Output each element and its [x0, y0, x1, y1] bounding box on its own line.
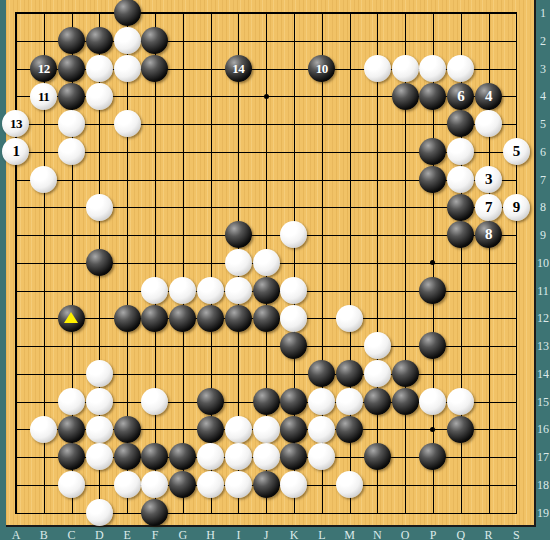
row-label-4: 4 — [535, 89, 550, 104]
stone-R8[interactable]: 7 — [475, 194, 502, 221]
row-label-9: 9 — [535, 228, 550, 243]
stone-I11[interactable] — [225, 277, 252, 304]
col-label-E: E — [116, 528, 138, 540]
stone-D14[interactable] — [86, 360, 113, 387]
stone-Q8[interactable] — [447, 194, 474, 221]
stone-L16[interactable] — [308, 416, 335, 443]
stone-P7[interactable] — [419, 166, 446, 193]
stone-I9[interactable] — [225, 221, 252, 248]
stone-P15[interactable] — [419, 388, 446, 415]
stone-number: 5 — [513, 144, 520, 159]
stone-number: 13 — [10, 117, 22, 130]
stone-I17[interactable] — [225, 443, 252, 470]
col-label-I: I — [227, 528, 249, 540]
stone-D3[interactable] — [86, 55, 113, 82]
stone-E16[interactable] — [114, 416, 141, 443]
stone-K11[interactable] — [280, 277, 307, 304]
stone-E12[interactable] — [114, 305, 141, 332]
row-label-5: 5 — [535, 117, 550, 132]
stone-D17[interactable] — [86, 443, 113, 470]
stone-I12[interactable] — [225, 305, 252, 332]
stone-M16[interactable] — [336, 416, 363, 443]
stone-D4[interactable] — [86, 83, 113, 110]
stone-L15[interactable] — [308, 388, 335, 415]
stone-E17[interactable] — [114, 443, 141, 470]
stone-J16[interactable] — [253, 416, 280, 443]
stone-P6[interactable] — [419, 138, 446, 165]
stone-C16[interactable] — [58, 416, 85, 443]
stone-Q6[interactable] — [447, 138, 474, 165]
col-label-R: R — [478, 528, 500, 540]
col-label-O: O — [394, 528, 416, 540]
stone-H16[interactable] — [197, 416, 224, 443]
stone-F2[interactable] — [141, 27, 168, 54]
row-label-1: 1 — [535, 6, 550, 21]
star-point-P16 — [430, 427, 435, 432]
stone-O14[interactable] — [392, 360, 419, 387]
stone-number: 9 — [513, 200, 520, 215]
stone-L14[interactable] — [308, 360, 335, 387]
stone-R4[interactable]: 4 — [475, 83, 502, 110]
stone-K15[interactable] — [280, 388, 307, 415]
row-label-12: 12 — [535, 311, 550, 326]
triangle-mark — [64, 312, 78, 323]
stone-F15[interactable] — [141, 388, 168, 415]
stone-I3[interactable]: 14 — [225, 55, 252, 82]
row-label-16: 16 — [535, 422, 550, 437]
col-label-D: D — [88, 528, 110, 540]
col-label-Q: Q — [450, 528, 472, 540]
stone-A6[interactable]: 1 — [2, 138, 29, 165]
stone-C2[interactable] — [58, 27, 85, 54]
row-label-8: 8 — [535, 200, 550, 215]
stone-D15[interactable] — [86, 388, 113, 415]
stone-number: 4 — [485, 89, 492, 104]
stone-Q4[interactable]: 6 — [447, 83, 474, 110]
col-label-C: C — [61, 528, 83, 540]
stone-B16[interactable] — [30, 416, 57, 443]
col-label-K: K — [283, 528, 305, 540]
stone-K13[interactable] — [280, 332, 307, 359]
stone-Q5[interactable] — [447, 110, 474, 137]
row-label-10: 10 — [535, 256, 550, 271]
stone-D8[interactable] — [86, 194, 113, 221]
row-label-17: 17 — [535, 450, 550, 465]
row-label-19: 19 — [535, 506, 550, 521]
stone-G11[interactable] — [169, 277, 196, 304]
stone-H17[interactable] — [197, 443, 224, 470]
stone-C17[interactable] — [58, 443, 85, 470]
stone-N3[interactable] — [364, 55, 391, 82]
col-label-B: B — [33, 528, 55, 540]
stone-I18[interactable] — [225, 471, 252, 498]
col-label-P: P — [422, 528, 444, 540]
col-label-H: H — [200, 528, 222, 540]
stone-N13[interactable] — [364, 332, 391, 359]
stone-B3[interactable]: 12 — [30, 55, 57, 82]
col-label-A: A — [5, 528, 27, 540]
stone-H18[interactable] — [197, 471, 224, 498]
stone-E2[interactable] — [114, 27, 141, 54]
stone-D19[interactable] — [86, 499, 113, 526]
stone-S8[interactable]: 9 — [503, 194, 530, 221]
stone-O15[interactable] — [392, 388, 419, 415]
stone-I10[interactable] — [225, 249, 252, 276]
stone-M12[interactable] — [336, 305, 363, 332]
stone-Q3[interactable] — [447, 55, 474, 82]
stone-N14[interactable] — [364, 360, 391, 387]
stone-Q15[interactable] — [447, 388, 474, 415]
col-label-G: G — [172, 528, 194, 540]
stone-J15[interactable] — [253, 388, 280, 415]
stone-P4[interactable] — [419, 83, 446, 110]
stone-L3[interactable]: 10 — [308, 55, 335, 82]
col-label-S: S — [505, 528, 527, 540]
stone-D16[interactable] — [86, 416, 113, 443]
stone-K16[interactable] — [280, 416, 307, 443]
stone-O3[interactable] — [392, 55, 419, 82]
row-label-13: 13 — [535, 339, 550, 354]
col-label-L: L — [311, 528, 333, 540]
row-label-7: 7 — [535, 173, 550, 188]
row-label-11: 11 — [535, 284, 550, 299]
stone-K9[interactable] — [280, 221, 307, 248]
stone-R9[interactable]: 8 — [475, 221, 502, 248]
stone-M18[interactable] — [336, 471, 363, 498]
board-grid[interactable]: 121410116413153798 — [2, 0, 530, 526]
stone-number: 3 — [485, 172, 492, 187]
col-label-M: M — [339, 528, 361, 540]
stone-D10[interactable] — [86, 249, 113, 276]
stone-O4[interactable] — [392, 83, 419, 110]
stone-F12[interactable] — [141, 305, 168, 332]
stone-Q9[interactable] — [447, 221, 474, 248]
stone-number: 7 — [485, 200, 492, 215]
row-label-15: 15 — [535, 395, 550, 410]
row-label-3: 3 — [535, 62, 550, 77]
stone-J12[interactable] — [253, 305, 280, 332]
stone-R7[interactable]: 3 — [475, 166, 502, 193]
stone-F3[interactable] — [141, 55, 168, 82]
stone-F18[interactable] — [141, 471, 168, 498]
stone-K12[interactable] — [280, 305, 307, 332]
stone-F17[interactable] — [141, 443, 168, 470]
stone-I16[interactable] — [225, 416, 252, 443]
stone-G12[interactable] — [169, 305, 196, 332]
stone-H12[interactable] — [197, 305, 224, 332]
stone-number: 1 — [12, 144, 19, 159]
row-label-2: 2 — [535, 34, 550, 49]
stone-H11[interactable] — [197, 277, 224, 304]
stone-A5[interactable]: 13 — [2, 110, 29, 137]
star-point-J4 — [264, 94, 269, 99]
stone-J17[interactable] — [253, 443, 280, 470]
stone-Q7[interactable] — [447, 166, 474, 193]
stone-S6[interactable]: 5 — [503, 138, 530, 165]
stone-K17[interactable] — [280, 443, 307, 470]
row-label-14: 14 — [535, 367, 550, 382]
stone-P11[interactable] — [419, 277, 446, 304]
stone-number: 12 — [38, 62, 50, 75]
stone-R5[interactable] — [475, 110, 502, 137]
stone-P13[interactable] — [419, 332, 446, 359]
stone-number: 11 — [38, 90, 49, 103]
stone-Q16[interactable] — [447, 416, 474, 443]
stone-L17[interactable] — [308, 443, 335, 470]
stone-M15[interactable] — [336, 388, 363, 415]
stone-K18[interactable] — [280, 471, 307, 498]
stone-D2[interactable] — [86, 27, 113, 54]
stone-E5[interactable] — [114, 110, 141, 137]
stone-E1[interactable] — [114, 0, 141, 26]
stone-C6[interactable] — [58, 138, 85, 165]
stone-C12[interactable] — [58, 305, 85, 332]
stone-number: 6 — [457, 89, 464, 104]
stone-C4[interactable] — [58, 83, 85, 110]
row-label-18: 18 — [535, 478, 550, 493]
row-label-6: 6 — [535, 145, 550, 160]
stone-J11[interactable] — [253, 277, 280, 304]
stone-P17[interactable] — [419, 443, 446, 470]
stone-number: 8 — [485, 227, 492, 242]
stone-G17[interactable] — [169, 443, 196, 470]
stone-C18[interactable] — [58, 471, 85, 498]
stone-N15[interactable] — [364, 388, 391, 415]
stone-C5[interactable] — [58, 110, 85, 137]
col-label-J: J — [255, 528, 277, 540]
go-board-app: 121410116413153798 ABCDEFGHIJKLMNOPQRS12… — [0, 0, 550, 540]
stone-G18[interactable] — [169, 471, 196, 498]
stone-number: 10 — [316, 62, 328, 75]
stone-J10[interactable] — [253, 249, 280, 276]
stone-H15[interactable] — [197, 388, 224, 415]
stone-J18[interactable] — [253, 471, 280, 498]
stone-N17[interactable] — [364, 443, 391, 470]
stone-E3[interactable] — [114, 55, 141, 82]
stone-C3[interactable] — [58, 55, 85, 82]
col-label-N: N — [366, 528, 388, 540]
stone-E18[interactable] — [114, 471, 141, 498]
stone-number: 14 — [232, 62, 244, 75]
stone-P3[interactable] — [419, 55, 446, 82]
stone-C15[interactable] — [58, 388, 85, 415]
stone-M14[interactable] — [336, 360, 363, 387]
star-point-P10 — [430, 260, 435, 265]
stone-B4[interactable]: 11 — [30, 83, 57, 110]
col-label-F: F — [144, 528, 166, 540]
stone-F11[interactable] — [141, 277, 168, 304]
stone-F19[interactable] — [141, 499, 168, 526]
stone-B7[interactable] — [30, 166, 57, 193]
